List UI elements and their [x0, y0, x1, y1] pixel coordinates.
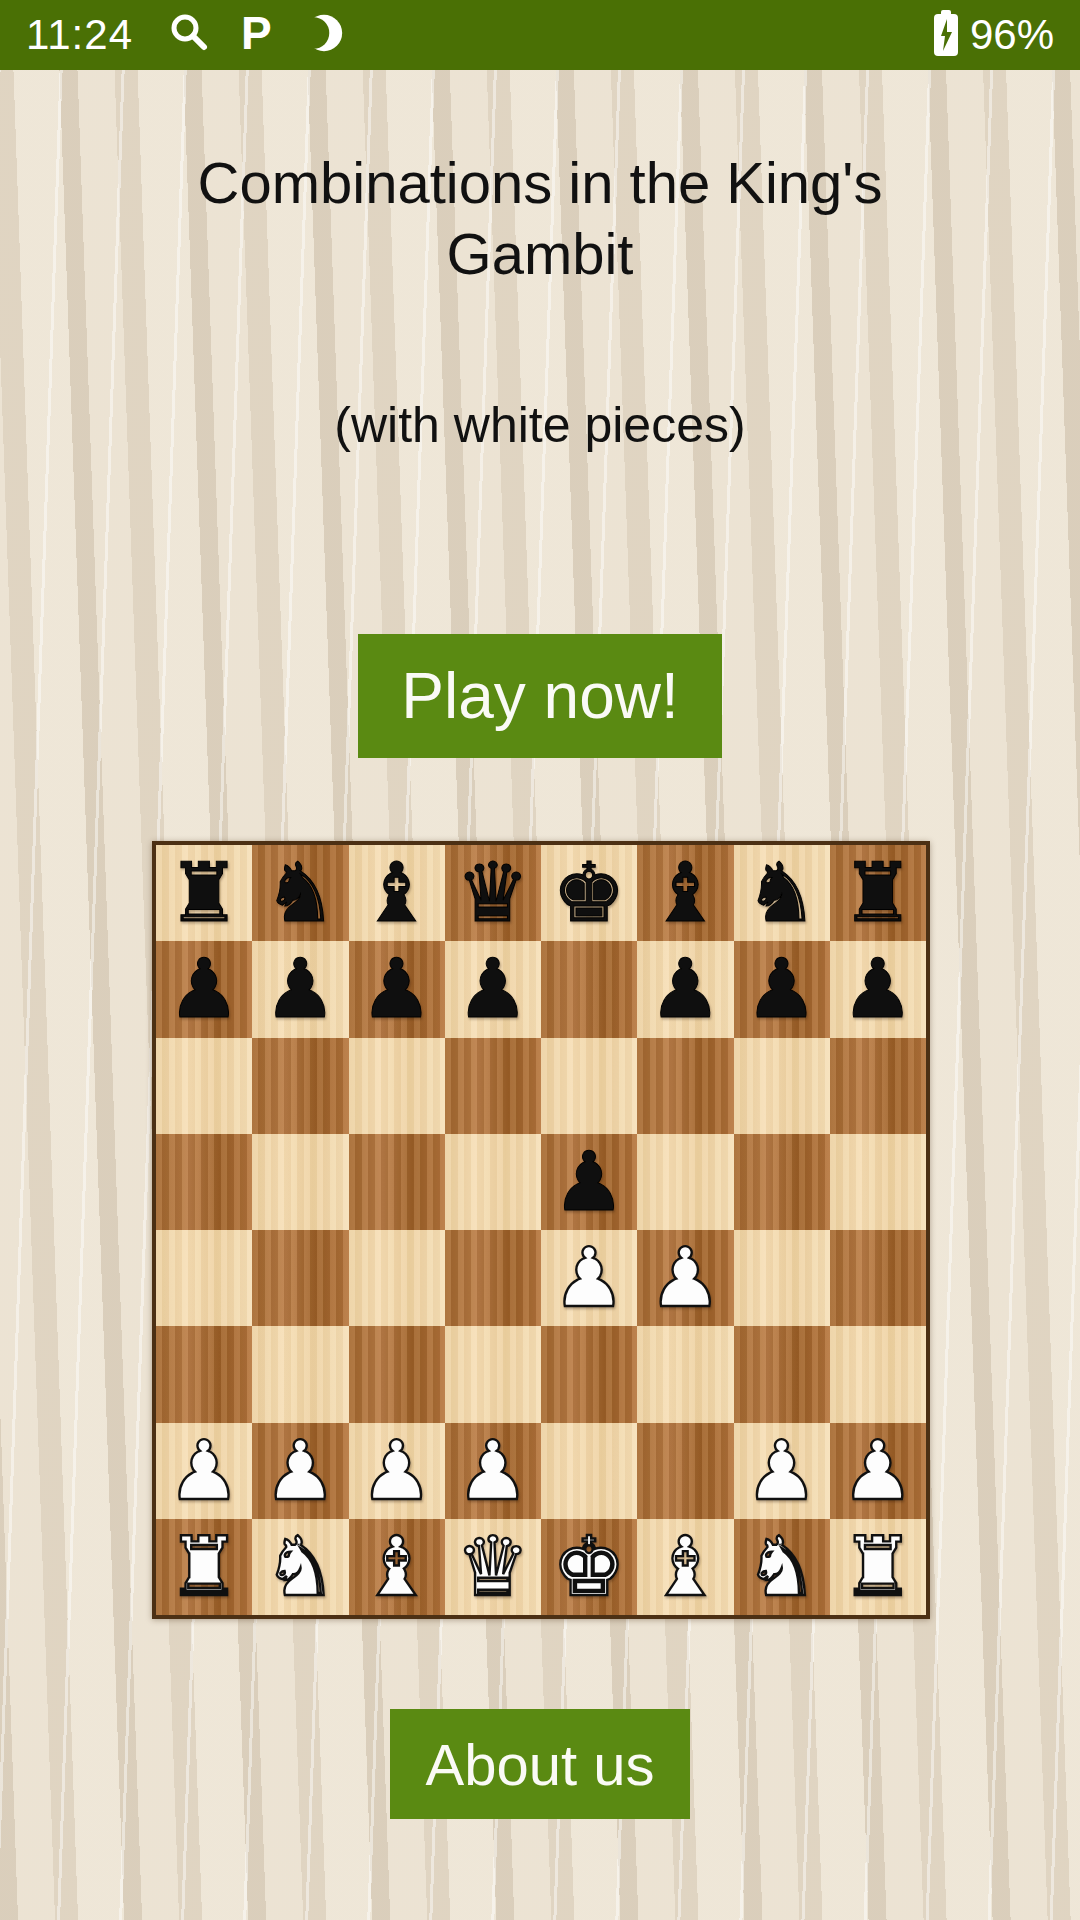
black-bishop: ♝: [360, 852, 434, 934]
square-h8: ♜: [830, 845, 926, 941]
black-rook: ♜: [167, 852, 241, 934]
white-pawn: ♟: [360, 1430, 434, 1512]
black-pawn: ♟: [360, 948, 434, 1030]
square-b5: [252, 1134, 348, 1230]
square-d8: ♛: [445, 845, 541, 941]
square-c2: ♟: [349, 1423, 445, 1519]
square-g3: [734, 1326, 830, 1422]
black-rook: ♜: [841, 852, 915, 934]
status-bar: 11:24 P: [0, 0, 1080, 70]
square-c7: ♟: [349, 941, 445, 1037]
black-pawn: ♟: [456, 948, 530, 1030]
white-rook: ♜: [167, 1526, 241, 1608]
square-a4: [156, 1230, 252, 1326]
square-g1: ♞: [734, 1519, 830, 1615]
square-g5: [734, 1134, 830, 1230]
square-f4: ♟: [637, 1230, 733, 1326]
search-icon: [167, 11, 211, 59]
black-knight: ♞: [264, 852, 338, 934]
square-a3: [156, 1326, 252, 1422]
square-h4: [830, 1230, 926, 1326]
black-knight: ♞: [745, 852, 819, 934]
white-pawn: ♟: [841, 1430, 915, 1512]
square-d5: [445, 1134, 541, 1230]
square-h6: [830, 1038, 926, 1134]
square-e6: [541, 1038, 637, 1134]
square-f2: [637, 1423, 733, 1519]
square-f5: [637, 1134, 733, 1230]
square-g2: ♟: [734, 1423, 830, 1519]
square-e4: ♟: [541, 1230, 637, 1326]
square-g8: ♞: [734, 845, 830, 941]
square-e5: ♟: [541, 1134, 637, 1230]
square-a5: [156, 1134, 252, 1230]
square-c5: [349, 1134, 445, 1230]
square-g7: ♟: [734, 941, 830, 1037]
square-e3: [541, 1326, 637, 1422]
black-pawn: ♟: [841, 948, 915, 1030]
white-pawn: ♟: [167, 1430, 241, 1512]
square-d6: [445, 1038, 541, 1134]
square-a8: ♜: [156, 845, 252, 941]
square-c1: ♝: [349, 1519, 445, 1615]
white-pawn: ♟: [745, 1430, 819, 1512]
white-rook: ♜: [841, 1526, 915, 1608]
square-b3: [252, 1326, 348, 1422]
square-h1: ♜: [830, 1519, 926, 1615]
white-pawn: ♟: [264, 1430, 338, 1512]
black-pawn: ♟: [264, 948, 338, 1030]
square-g6: [734, 1038, 830, 1134]
p-notification-icon: P: [241, 10, 272, 56]
square-e8: ♚: [541, 845, 637, 941]
white-pawn: ♟: [649, 1237, 723, 1319]
square-c3: [349, 1326, 445, 1422]
moon-icon: [302, 10, 346, 60]
battery-percent: 96%: [970, 11, 1054, 59]
page-title: Combinations in the King's Gambit: [140, 148, 940, 290]
square-c8: ♝: [349, 845, 445, 941]
square-d1: ♛: [445, 1519, 541, 1615]
page-subtitle: (with white pieces): [90, 396, 990, 454]
square-c6: [349, 1038, 445, 1134]
black-pawn: ♟: [745, 948, 819, 1030]
about-us-button[interactable]: About us: [390, 1709, 690, 1819]
black-bishop: ♝: [649, 852, 723, 934]
black-pawn: ♟: [552, 1141, 626, 1223]
white-pawn: ♟: [552, 1237, 626, 1319]
square-e7: [541, 941, 637, 1037]
white-king: ♚: [552, 1526, 626, 1608]
square-f7: ♟: [637, 941, 733, 1037]
battery-charging-icon: [932, 9, 960, 61]
square-f3: [637, 1326, 733, 1422]
black-queen: ♛: [456, 852, 530, 934]
square-h7: ♟: [830, 941, 926, 1037]
square-b2: ♟: [252, 1423, 348, 1519]
square-a6: [156, 1038, 252, 1134]
square-b1: ♞: [252, 1519, 348, 1615]
square-d2: ♟: [445, 1423, 541, 1519]
black-pawn: ♟: [167, 948, 241, 1030]
square-e1: ♚: [541, 1519, 637, 1615]
square-h3: [830, 1326, 926, 1422]
square-g4: [734, 1230, 830, 1326]
black-pawn: ♟: [649, 948, 723, 1030]
play-now-button[interactable]: Play now!: [358, 634, 722, 758]
white-queen: ♛: [456, 1526, 530, 1608]
chess-board-grid: ♜♞♝♛♚♝♞♜♟♟♟♟♟♟♟♟♟♟♟♟♟♟♟♟♜♞♝♛♚♝♞♜: [152, 841, 930, 1619]
white-knight: ♞: [264, 1526, 338, 1608]
square-e2: [541, 1423, 637, 1519]
clock: 11:24: [26, 11, 133, 59]
square-f8: ♝: [637, 845, 733, 941]
white-bishop: ♝: [649, 1526, 723, 1608]
square-d3: [445, 1326, 541, 1422]
square-f1: ♝: [637, 1519, 733, 1615]
square-b4: [252, 1230, 348, 1326]
black-king: ♚: [552, 852, 626, 934]
white-knight: ♞: [745, 1526, 819, 1608]
square-a2: ♟: [156, 1423, 252, 1519]
square-h5: [830, 1134, 926, 1230]
square-a1: ♜: [156, 1519, 252, 1615]
square-h2: ♟: [830, 1423, 926, 1519]
white-pawn: ♟: [456, 1430, 530, 1512]
square-b7: ♟: [252, 941, 348, 1037]
square-d7: ♟: [445, 941, 541, 1037]
square-d4: [445, 1230, 541, 1326]
square-a7: ♟: [156, 941, 252, 1037]
white-bishop: ♝: [360, 1526, 434, 1608]
square-b8: ♞: [252, 845, 348, 941]
square-c4: [349, 1230, 445, 1326]
square-f6: [637, 1038, 733, 1134]
square-b6: [252, 1038, 348, 1134]
